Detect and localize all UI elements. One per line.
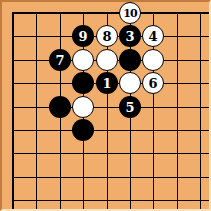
go-stone-black-7: 7: [49, 49, 71, 71]
go-stone-white: [142, 49, 164, 71]
go-stone-white: [96, 49, 118, 71]
go-stone-white-4: 4: [142, 25, 164, 47]
move-number-label: 6: [148, 77, 157, 90]
go-stone-black-5: 5: [119, 96, 141, 118]
grid-line-horizontal: [12, 12, 209, 14]
go-stone-black-3: 3: [119, 25, 141, 47]
go-stone-black: [72, 119, 94, 141]
grid-line-horizontal: [12, 130, 209, 131]
move-number-label: 1: [102, 77, 111, 90]
go-stone-black: [119, 49, 141, 71]
grid-line-horizontal: [12, 200, 209, 201]
go-stone-white-6: 6: [142, 72, 164, 94]
go-stone-white-10: 10: [119, 2, 141, 24]
move-number-label: 7: [55, 54, 64, 67]
grid-line-vertical: [36, 12, 37, 209]
grid-line-horizontal: [12, 153, 209, 154]
go-stone-black: [72, 72, 94, 94]
go-stone-black-9: 9: [72, 25, 94, 47]
move-number-label: 8: [102, 30, 111, 43]
move-number-label: 5: [125, 101, 134, 114]
go-stone-black-1: 1: [96, 72, 118, 94]
go-stone-black: [49, 96, 71, 118]
move-number-label: 3: [125, 30, 134, 43]
grid-line-horizontal: [12, 107, 209, 108]
go-board: 1098347165: [0, 0, 211, 211]
grid-line-horizontal: [12, 177, 209, 178]
grid-line-vertical: [177, 12, 178, 209]
go-stone-white: [72, 96, 94, 118]
grid-line-vertical: [12, 12, 14, 209]
go-stone-white: [72, 49, 94, 71]
grid-line-vertical: [200, 12, 201, 209]
move-number-label: 4: [148, 30, 157, 43]
move-number-label: 9: [78, 30, 87, 43]
go-stone-white-8: 8: [96, 25, 118, 47]
move-number-label: 10: [123, 8, 136, 19]
go-stone-white: [119, 72, 141, 94]
